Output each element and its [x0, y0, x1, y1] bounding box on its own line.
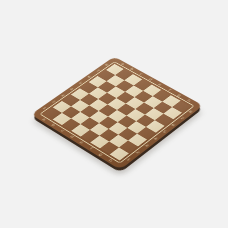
chessboard: abcdefgh abcdefgh 87654321 87654321 [56, 49, 178, 171]
board-top-face: abcdefgh abcdefgh 87654321 87654321 [31, 56, 203, 169]
playing-field [44, 64, 191, 161]
photo-background: abcdefgh abcdefgh 87654321 87654321 [0, 0, 228, 228]
